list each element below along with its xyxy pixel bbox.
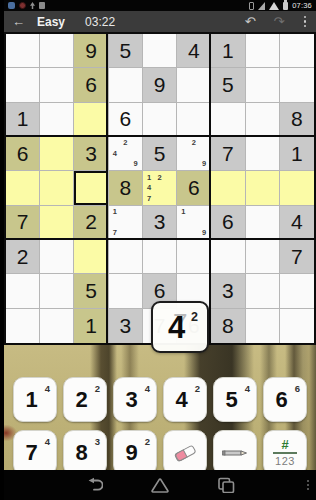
given-digit: 9 <box>154 73 166 97</box>
battery-saver-icon <box>249 2 254 10</box>
box-line-vertical-1 <box>106 32 108 345</box>
given-digit: 6 <box>17 142 29 166</box>
cell-r3c8[interactable] <box>246 103 280 137</box>
sudoku-app-screen: 07:36 ← Easy 03:22 ↶ ↷ 95416951686324952… <box>4 0 316 500</box>
key-4[interactable]: 42 <box>163 377 207 422</box>
notification-app-icon <box>8 2 15 9</box>
cell-r4c6[interactable]: 29 <box>177 137 211 171</box>
cell-r6c2[interactable] <box>40 206 74 240</box>
usb-notification-icon <box>30 2 35 9</box>
given-digit: 1 <box>222 39 234 63</box>
cell-r5c9[interactable] <box>280 171 314 205</box>
given-digit: 3 <box>154 210 166 234</box>
cell-r6c9[interactable]: 4 <box>280 206 314 240</box>
cell-r9c1[interactable] <box>6 309 40 343</box>
given-digit: 3 <box>222 279 234 303</box>
key-preview-popup: 7 4 2 <box>151 301 209 353</box>
cell-r3c7[interactable] <box>211 103 245 137</box>
redo-icon[interactable]: ↷ <box>274 15 285 28</box>
cell-r2c4[interactable] <box>109 68 143 102</box>
cell-r6c6[interactable]: 19 <box>177 206 211 240</box>
cell-r7c7[interactable] <box>211 240 245 274</box>
cell-r4c8[interactable] <box>246 137 280 171</box>
given-digit: 6 <box>85 73 97 97</box>
cell-r6c1[interactable]: 7 <box>6 206 40 240</box>
eraser-button[interactable] <box>163 430 207 475</box>
given-digit: 6 <box>188 176 200 200</box>
given-digit: 5 <box>85 279 97 303</box>
cell-signal-icon <box>258 2 265 10</box>
cell-r8c4[interactable] <box>109 274 143 308</box>
game-timer: 03:22 <box>85 15 115 29</box>
given-digit: 5 <box>222 73 234 97</box>
sudoku-board[interactable]: 9541695168632495297181247672173196427563… <box>4 32 316 345</box>
cell-r2c1[interactable] <box>6 68 40 102</box>
android-nav-bar <box>4 470 316 500</box>
cell-r1c2[interactable] <box>40 34 74 68</box>
cell-r6c7[interactable]: 6 <box>211 206 245 240</box>
undo-icon[interactable]: ↶ <box>245 15 256 28</box>
notification-record-icon <box>19 2 26 9</box>
cell-r7c1[interactable]: 2 <box>6 240 40 274</box>
cell-r1c7[interactable]: 1 <box>211 34 245 68</box>
cell-r1c4[interactable]: 5 <box>109 34 143 68</box>
box-line-horizontal-2 <box>4 238 316 240</box>
cell-r9c3[interactable]: 1 <box>74 309 108 343</box>
pencil-marks: 19 <box>178 207 209 238</box>
cell-r4c5[interactable]: 5 <box>143 137 177 171</box>
given-digit: 7 <box>222 142 234 166</box>
cell-r5c7[interactable] <box>211 171 245 205</box>
cell-r9c7[interactable]: 8 <box>211 309 245 343</box>
cell-r9c9[interactable] <box>280 309 314 343</box>
pencil-marks: 29 <box>178 138 209 169</box>
cell-r3c6[interactable] <box>177 103 211 137</box>
cell-r7c6[interactable] <box>177 240 211 274</box>
cell-r6c4[interactable]: 17 <box>109 206 143 240</box>
fraction-line <box>273 452 297 454</box>
nav-menu-dots-icon[interactable] <box>305 478 311 492</box>
cell-r1c8[interactable] <box>246 34 280 68</box>
cell-r4c9[interactable]: 1 <box>280 137 314 171</box>
pencil-icon <box>221 446 249 460</box>
cell-r7c4[interactable] <box>109 240 143 274</box>
pencil-marks: 1247 <box>144 172 175 203</box>
cell-r8c7[interactable]: 3 <box>211 274 245 308</box>
battery-icon <box>283 2 288 10</box>
cell-r3c9[interactable]: 8 <box>280 103 314 137</box>
given-digit: 5 <box>154 142 166 166</box>
hash-grid-icon: # <box>281 438 288 451</box>
cell-r1c6[interactable]: 4 <box>177 34 211 68</box>
pencil-marks: 17 <box>110 207 141 238</box>
cell-r4c7[interactable]: 7 <box>211 137 245 171</box>
keypad-row-1: 14 22 34 42 54 66 <box>4 377 316 422</box>
cell-r2c9[interactable] <box>280 68 314 102</box>
cell-r7c9[interactable]: 7 <box>280 240 314 274</box>
cell-r4c4[interactable]: 249 <box>109 137 143 171</box>
notification-misc-icon <box>39 2 45 9</box>
given-digit: 7 <box>291 245 303 269</box>
cell-r6c8[interactable] <box>246 206 280 240</box>
given-digit: 1 <box>17 107 29 131</box>
notification-icons <box>8 2 45 9</box>
cell-r8c9[interactable] <box>280 274 314 308</box>
cell-r6c3[interactable]: 2 <box>74 206 108 240</box>
cell-r1c3[interactable]: 9 <box>74 34 108 68</box>
given-digit: 8 <box>119 176 131 200</box>
cell-r4c3[interactable]: 3 <box>74 137 108 171</box>
app-toolbar: ← Easy 03:22 ↶ ↷ <box>4 11 316 32</box>
back-arrow-icon[interactable]: ← <box>12 15 25 28</box>
nav-back-icon[interactable] <box>82 475 106 495</box>
numbers-mode-button[interactable]: # 123 <box>263 430 307 475</box>
given-digit: 2 <box>85 210 97 234</box>
given-digit: 4 <box>291 210 303 234</box>
wifi-icon <box>269 2 279 10</box>
popup-digit: 4 <box>168 312 185 343</box>
cell-r4c2[interactable] <box>40 137 74 171</box>
cell-r2c8[interactable] <box>246 68 280 102</box>
given-digit: 3 <box>119 314 131 338</box>
cell-r2c2[interactable] <box>40 68 74 102</box>
pencil-marks: 249 <box>110 138 141 169</box>
user-digit: 6 <box>119 107 131 131</box>
cell-r8c1[interactable] <box>6 274 40 308</box>
pencil-mode-button[interactable] <box>213 430 257 475</box>
given-digit: 1 <box>291 142 303 166</box>
cell-r3c1[interactable]: 1 <box>6 103 40 137</box>
box-line-horizontal-1 <box>4 135 316 137</box>
eraser-icon <box>172 442 198 464</box>
cell-r1c9[interactable] <box>280 34 314 68</box>
cell-r7c5[interactable] <box>143 240 177 274</box>
cell-r8c2[interactable] <box>40 274 74 308</box>
cell-r7c3[interactable] <box>74 240 108 274</box>
cell-r4c1[interactable]: 6 <box>6 137 40 171</box>
key-1[interactable]: 14 <box>13 377 57 422</box>
cell-r8c3[interactable]: 5 <box>74 274 108 308</box>
cell-r3c3[interactable] <box>74 103 108 137</box>
given-digit: 6 <box>154 279 166 303</box>
given-digit: 2 <box>17 245 29 269</box>
key-6[interactable]: 66 <box>263 377 307 422</box>
cell-r9c8[interactable] <box>246 309 280 343</box>
box-line-vertical-2 <box>209 32 211 345</box>
given-digit: 5 <box>119 39 131 63</box>
key-3[interactable]: 34 <box>113 377 157 422</box>
cell-r5c5[interactable]: 1247 <box>143 171 177 205</box>
given-digit: 3 <box>85 142 97 166</box>
keypad-row-2: 74 83 92 <box>4 430 316 475</box>
clock-text: 07:36 <box>292 1 312 10</box>
cell-r5c3[interactable] <box>74 171 108 205</box>
nav-home-icon[interactable] <box>148 475 172 495</box>
cell-r2c7[interactable]: 5 <box>211 68 245 102</box>
given-digit: 4 <box>188 39 200 63</box>
background-wallpaper: 14 22 34 42 54 66 74 83 92 <box>4 345 316 470</box>
given-digit: 8 <box>222 314 234 338</box>
cell-r3c5[interactable] <box>143 103 177 137</box>
cell-r3c4[interactable]: 6 <box>109 103 143 137</box>
overflow-menu-icon[interactable] <box>302 14 309 30</box>
numbers-mode-stack: # 123 <box>273 438 297 467</box>
cell-r2c6[interactable] <box>177 68 211 102</box>
given-digit: 7 <box>17 210 29 234</box>
cell-r7c8[interactable] <box>246 240 280 274</box>
cell-r8c8[interactable] <box>246 274 280 308</box>
given-digit: 8 <box>291 107 303 131</box>
status-bar: 07:36 <box>4 0 316 11</box>
nav-recents-icon[interactable] <box>214 475 238 495</box>
cell-r3c2[interactable] <box>40 103 74 137</box>
cell-r9c2[interactable] <box>40 309 74 343</box>
cell-r2c3[interactable]: 6 <box>74 68 108 102</box>
cell-r5c1[interactable] <box>6 171 40 205</box>
cell-r5c4[interactable]: 8 <box>109 171 143 205</box>
given-digit: 1 <box>85 314 97 338</box>
cell-r2c5[interactable]: 9 <box>143 68 177 102</box>
given-digit: 9 <box>85 39 97 63</box>
given-digit: 6 <box>222 210 234 234</box>
popup-count: 2 <box>191 311 198 324</box>
cell-r7c2[interactable] <box>40 240 74 274</box>
system-status-icons: 07:36 <box>249 1 312 10</box>
numbers-label: 123 <box>275 456 295 467</box>
key-9[interactable]: 92 <box>113 430 157 475</box>
cell-r5c2[interactable] <box>40 171 74 205</box>
difficulty-title: Easy <box>37 15 65 29</box>
cell-r1c1[interactable] <box>6 34 40 68</box>
key-5[interactable]: 54 <box>213 377 257 422</box>
cell-r6c5[interactable]: 3 <box>143 206 177 240</box>
key-2[interactable]: 22 <box>63 377 107 422</box>
cell-r5c8[interactable] <box>246 171 280 205</box>
key-8[interactable]: 83 <box>63 430 107 475</box>
cell-r1c5[interactable] <box>143 34 177 68</box>
cell-r9c4[interactable]: 3 <box>109 309 143 343</box>
key-7[interactable]: 74 <box>13 430 57 475</box>
cell-r5c6[interactable]: 6 <box>177 171 211 205</box>
